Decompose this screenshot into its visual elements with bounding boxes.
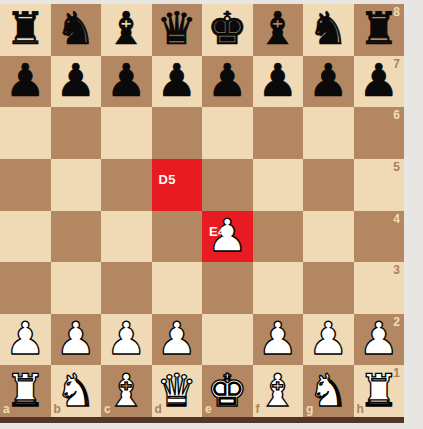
square-b6[interactable]	[51, 107, 102, 159]
square-g1[interactable]: ♞g	[303, 365, 354, 417]
square-f4[interactable]	[253, 211, 304, 263]
white-bishop[interactable]: ♝	[258, 368, 298, 415]
square-c8[interactable]: ♝	[101, 4, 152, 56]
rank-coordinate-3: 3	[393, 263, 400, 277]
file-coordinate-b: b	[54, 402, 61, 416]
black-pawn[interactable]: ♟	[207, 58, 247, 105]
black-rook[interactable]: ♜	[5, 6, 45, 53]
white-pawn[interactable]: ♟	[56, 316, 96, 363]
square-e6[interactable]	[202, 107, 253, 159]
square-e1[interactable]: ♚e	[202, 365, 253, 417]
square-a7[interactable]: ♟	[0, 56, 51, 108]
chess-board: ♜♞♝♛♚♝♞♜8♟♟♟♟♟♟♟♟76D55E4♟43♟♟♟♟♟♟♟2♜a♞b♝…	[0, 4, 404, 417]
white-pawn[interactable]: ♟	[5, 316, 45, 363]
highlight-label-e4: E4	[209, 224, 226, 239]
square-a6[interactable]	[0, 107, 51, 159]
square-h8[interactable]: ♜8	[354, 4, 405, 56]
square-b1[interactable]: ♞b	[51, 365, 102, 417]
square-c4[interactable]	[101, 211, 152, 263]
square-f2[interactable]: ♟	[253, 314, 304, 366]
square-a4[interactable]	[0, 211, 51, 263]
square-b7[interactable]: ♟	[51, 56, 102, 108]
square-g7[interactable]: ♟	[303, 56, 354, 108]
white-king[interactable]: ♚	[207, 368, 247, 415]
square-e7[interactable]: ♟	[202, 56, 253, 108]
square-c2[interactable]: ♟	[101, 314, 152, 366]
square-e8[interactable]: ♚	[202, 4, 253, 56]
square-b5[interactable]	[51, 159, 102, 211]
square-g6[interactable]	[303, 107, 354, 159]
black-queen[interactable]: ♛	[157, 6, 197, 53]
square-c6[interactable]	[101, 107, 152, 159]
square-g3[interactable]	[303, 262, 354, 314]
square-h7[interactable]: ♟7	[354, 56, 405, 108]
file-coordinate-h: h	[357, 402, 364, 416]
square-d3[interactable]	[152, 262, 203, 314]
square-c3[interactable]	[101, 262, 152, 314]
square-c1[interactable]: ♝c	[101, 365, 152, 417]
square-h4[interactable]: 4	[354, 211, 405, 263]
rank-coordinate-1: 1	[393, 366, 400, 380]
highlight-label-d5: D5	[159, 172, 176, 187]
black-pawn[interactable]: ♟	[56, 58, 96, 105]
square-c7[interactable]: ♟	[101, 56, 152, 108]
square-c5[interactable]	[101, 159, 152, 211]
page: { "game": "chess", "position": { "fen": …	[0, 0, 423, 429]
square-d8[interactable]: ♛	[152, 4, 203, 56]
rank-coordinate-5: 5	[393, 160, 400, 174]
square-e3[interactable]	[202, 262, 253, 314]
black-pawn[interactable]: ♟	[157, 58, 197, 105]
square-b2[interactable]: ♟	[51, 314, 102, 366]
square-f1[interactable]: ♝f	[253, 365, 304, 417]
square-h1[interactable]: ♜1h	[354, 365, 405, 417]
square-g4[interactable]	[303, 211, 354, 263]
square-g2[interactable]: ♟	[303, 314, 354, 366]
square-h6[interactable]: 6	[354, 107, 405, 159]
black-knight[interactable]: ♞	[56, 6, 96, 53]
file-coordinate-c: c	[104, 402, 111, 416]
square-f5[interactable]	[253, 159, 304, 211]
white-knight[interactable]: ♞	[56, 368, 96, 415]
square-h2[interactable]: ♟2	[354, 314, 405, 366]
square-f6[interactable]	[253, 107, 304, 159]
black-king[interactable]: ♚	[207, 6, 247, 53]
square-d7[interactable]: ♟	[152, 56, 203, 108]
square-b4[interactable]	[51, 211, 102, 263]
black-bishop[interactable]: ♝	[258, 6, 298, 53]
square-f3[interactable]	[253, 262, 304, 314]
square-f7[interactable]: ♟	[253, 56, 304, 108]
square-e4[interactable]: E4♟	[202, 211, 253, 263]
file-coordinate-e: e	[205, 402, 212, 416]
white-pawn[interactable]: ♟	[106, 316, 146, 363]
black-pawn[interactable]: ♟	[5, 58, 45, 105]
square-d5[interactable]: D5	[152, 159, 203, 211]
square-a3[interactable]	[0, 262, 51, 314]
square-b3[interactable]	[51, 262, 102, 314]
rank-coordinate-8: 8	[393, 5, 400, 19]
rank-coordinate-2: 2	[393, 315, 400, 329]
square-h3[interactable]: 3	[354, 262, 405, 314]
file-coordinate-a: a	[3, 402, 10, 416]
black-pawn[interactable]: ♟	[258, 58, 298, 105]
white-rook[interactable]: ♜	[5, 368, 45, 415]
black-pawn[interactable]: ♟	[106, 58, 146, 105]
board-bottom-edge	[0, 417, 404, 423]
square-d1[interactable]: ♛d	[152, 365, 203, 417]
black-knight[interactable]: ♞	[308, 6, 348, 53]
square-e2[interactable]	[202, 314, 253, 366]
white-pawn[interactable]: ♟	[157, 316, 197, 363]
square-f8[interactable]: ♝	[253, 4, 304, 56]
rank-coordinate-7: 7	[393, 57, 400, 71]
white-pawn[interactable]: ♟	[258, 316, 298, 363]
square-a8[interactable]: ♜	[0, 4, 51, 56]
square-d4[interactable]	[152, 211, 203, 263]
square-a5[interactable]	[0, 159, 51, 211]
file-coordinate-d: d	[155, 402, 162, 416]
black-pawn[interactable]: ♟	[308, 58, 348, 105]
white-queen[interactable]: ♛	[157, 368, 197, 415]
square-e5[interactable]	[202, 159, 253, 211]
file-coordinate-f: f	[256, 402, 260, 416]
square-g8[interactable]: ♞	[303, 4, 354, 56]
square-a1[interactable]: ♜a	[0, 365, 51, 417]
square-h5[interactable]: 5	[354, 159, 405, 211]
white-knight[interactable]: ♞	[308, 368, 348, 415]
white-bishop[interactable]: ♝	[106, 368, 146, 415]
black-bishop[interactable]: ♝	[106, 6, 146, 53]
rank-coordinate-6: 6	[393, 108, 400, 122]
square-g5[interactable]	[303, 159, 354, 211]
square-a2[interactable]: ♟	[0, 314, 51, 366]
file-coordinate-g: g	[306, 402, 313, 416]
square-d6[interactable]	[152, 107, 203, 159]
rank-coordinate-4: 4	[393, 212, 400, 226]
white-pawn[interactable]: ♟	[308, 316, 348, 363]
square-b8[interactable]: ♞	[51, 4, 102, 56]
square-d2[interactable]: ♟	[152, 314, 203, 366]
